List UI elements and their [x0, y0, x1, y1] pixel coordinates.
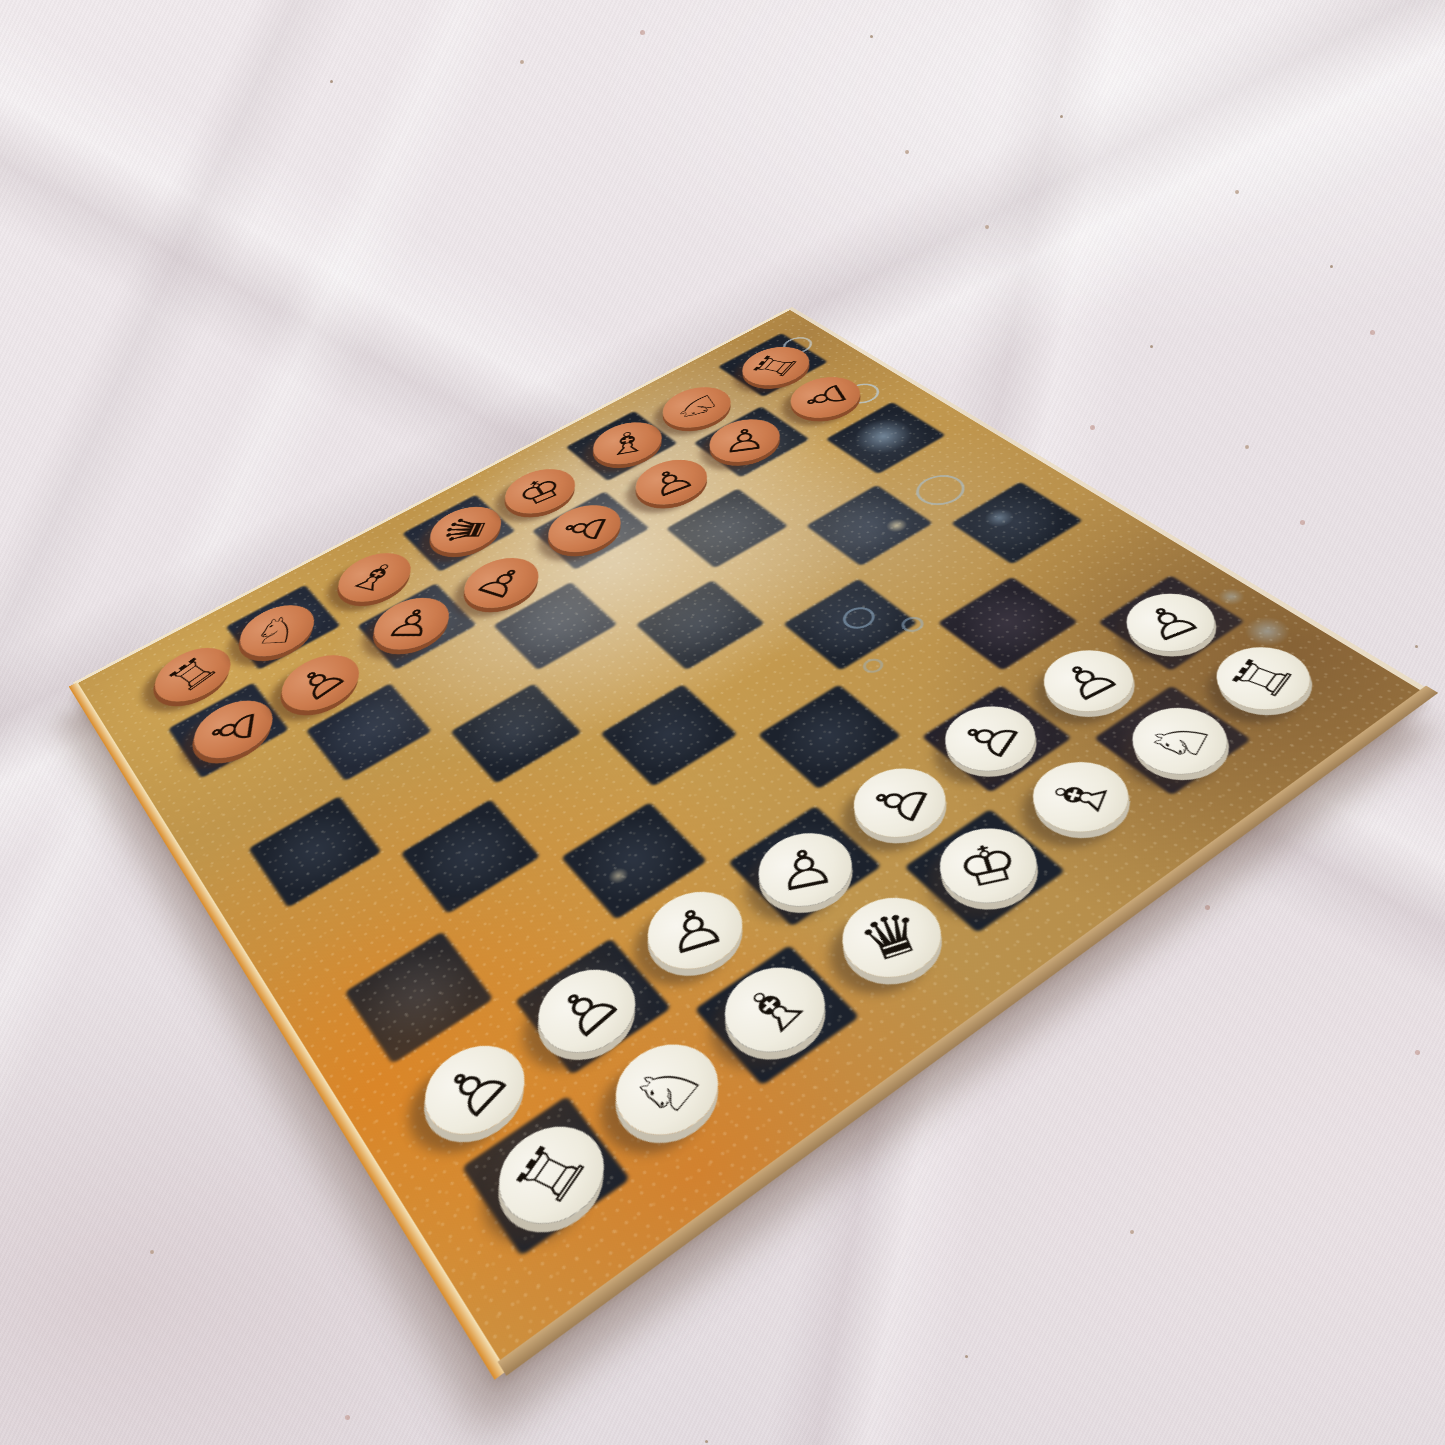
dust-speck — [965, 1355, 968, 1358]
dust-speck — [1150, 345, 1153, 348]
orange-pawn-glyph: ♙ — [553, 513, 616, 545]
orange-pawn-glyph: ♙ — [795, 379, 856, 416]
dust-speck — [1205, 905, 1210, 910]
orange-queen-glyph: ♛ — [434, 515, 496, 545]
dust-speck — [1245, 445, 1249, 449]
white-rook-glyph: ♖ — [1220, 650, 1306, 706]
white-pawn-glyph: ♙ — [659, 896, 732, 964]
dust-speck — [1370, 330, 1375, 335]
orange-pawn-glyph: ♙ — [203, 706, 264, 752]
white-pawn-glyph: ♙ — [771, 839, 839, 901]
dust-speck — [1090, 425, 1095, 430]
white-pawn-glyph: ♙ — [948, 711, 1031, 767]
white-pawn-glyph: ♙ — [1047, 652, 1130, 710]
dust-speck — [1415, 1050, 1420, 1055]
dust-speck — [1300, 520, 1305, 525]
white-bishop-glyph: ♗ — [1039, 769, 1121, 825]
white-queen-glyph: ♛ — [851, 902, 933, 973]
white-king-glyph: ♔ — [951, 833, 1027, 896]
dust-speck — [985, 225, 989, 229]
photo-scene: ♖♘♗♛♔♗♘♖♙♙♙♙♙♙♙♙♙♙♙♙♙♙♙♙♖♘♗♛♔♗♘♖ — [0, 0, 1445, 1445]
orange-rook-glyph: ♖ — [744, 350, 806, 382]
white-bishop-glyph: ♗ — [728, 970, 823, 1049]
dust-speck — [1060, 115, 1063, 118]
white-pawn-glyph: ♙ — [1131, 596, 1211, 650]
dust-speck — [1235, 190, 1239, 194]
dust-speck — [1415, 645, 1418, 648]
dust-speck — [905, 150, 909, 154]
dust-speck — [1330, 265, 1333, 268]
dust-speck — [150, 1250, 154, 1254]
orange-pawn-glyph: ♙ — [380, 605, 442, 642]
white-pawn-glyph: ♙ — [859, 774, 941, 830]
orange-knight-glyph: ♘ — [246, 611, 307, 650]
dust-speck — [1130, 1230, 1134, 1234]
orange-bishop-glyph: ♗ — [605, 425, 650, 461]
dust-speck — [330, 80, 333, 83]
orange-pawn-glyph: ♙ — [722, 423, 767, 458]
dust-speck — [520, 60, 524, 64]
dust-speck — [705, 1440, 708, 1443]
white-rook-glyph: ♖ — [502, 1132, 601, 1217]
dust-speck — [345, 1415, 350, 1420]
white-knight-glyph: ♘ — [1138, 712, 1222, 769]
white-knight-glyph: ♘ — [618, 1049, 715, 1131]
dust-speck — [640, 30, 645, 35]
dust-speck — [870, 35, 873, 38]
